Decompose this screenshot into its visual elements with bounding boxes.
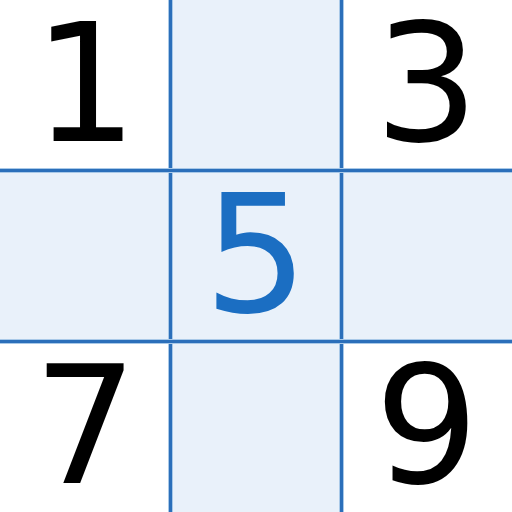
sudoku-cell-r1c1[interactable]: 5 [171, 171, 342, 342]
sudoku-cell-r0c1[interactable] [171, 0, 342, 171]
sudoku-cell-r1c0[interactable] [0, 171, 171, 342]
sudoku-cell-r1c2[interactable] [341, 171, 512, 342]
sudoku-cell-r2c1[interactable] [171, 341, 342, 512]
sudoku-cell-r2c0[interactable]: 7 [0, 341, 171, 512]
sudoku-board: 1 3 5 7 9 [0, 0, 512, 512]
sudoku-cell-r2c2[interactable]: 9 [341, 341, 512, 512]
sudoku-cell-r0c2[interactable]: 3 [341, 0, 512, 171]
sudoku-cell-r0c0[interactable]: 1 [0, 0, 171, 171]
